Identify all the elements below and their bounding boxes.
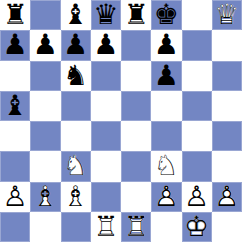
square-e2[interactable] [121,182,151,212]
square-a4[interactable] [0,121,30,151]
square-h8[interactable]: ♛♕ [212,0,242,30]
piece-white-pawn[interactable]: ♟♙ [182,182,212,212]
piece-white-queen[interactable]: ♛♕ [212,0,242,30]
square-e7[interactable] [121,30,151,60]
square-c5[interactable] [61,91,91,121]
piece-white-king[interactable]: ♚♔ [182,212,212,242]
square-d5[interactable] [91,91,121,121]
square-b4[interactable] [30,121,60,151]
square-g1[interactable]: ♚♔ [182,212,212,242]
white-king-icon: ♔ [184,213,209,241]
square-e1[interactable]: ♜♖ [121,212,151,242]
piece-black-rook[interactable]: ♜ [121,0,151,30]
square-h4[interactable] [212,121,242,151]
square-g2[interactable]: ♟♙ [182,182,212,212]
square-d2[interactable] [91,182,121,212]
square-d6[interactable] [91,61,121,91]
piece-black-bishop[interactable]: ♝ [0,91,30,121]
square-c3[interactable]: ♞♘ [61,151,91,181]
white-rook-icon: ♖ [93,213,118,241]
square-c4[interactable] [61,121,91,151]
white-knight-icon: ♘ [154,152,179,180]
square-d4[interactable] [91,121,121,151]
square-c6[interactable]: ♞ [61,61,91,91]
white-rook-icon: ♖ [124,213,149,241]
piece-black-knight[interactable]: ♞ [61,61,91,91]
square-d8[interactable]: ♛ [91,0,121,30]
white-pawn-icon: ♙ [3,183,28,211]
piece-white-pawn[interactable]: ♟♙ [212,182,242,212]
square-a1[interactable] [0,212,30,242]
square-c1[interactable] [61,212,91,242]
piece-black-pawn[interactable]: ♟ [30,30,60,60]
piece-black-pawn[interactable]: ♟ [151,30,181,60]
piece-black-rook[interactable]: ♜ [0,0,30,30]
square-e5[interactable] [121,91,151,121]
white-pawn-icon: ♙ [214,183,239,211]
square-c2[interactable]: ♝♗ [61,182,91,212]
square-h3[interactable] [212,151,242,181]
square-f7[interactable]: ♟ [151,30,181,60]
piece-white-pawn[interactable]: ♟♙ [151,182,181,212]
square-c8[interactable]: ♝ [61,0,91,30]
piece-black-queen[interactable]: ♛ [91,0,121,30]
square-g6[interactable] [182,61,212,91]
piece-white-knight[interactable]: ♞♘ [61,151,91,181]
square-g7[interactable] [182,30,212,60]
square-e4[interactable] [121,121,151,151]
piece-white-rook[interactable]: ♜♖ [121,212,151,242]
square-b2[interactable]: ♝♗ [30,182,60,212]
piece-black-king[interactable]: ♚ [151,0,181,30]
square-b5[interactable] [30,91,60,121]
square-e6[interactable] [121,61,151,91]
square-d7[interactable]: ♟ [91,30,121,60]
square-f2[interactable]: ♟♙ [151,182,181,212]
piece-white-knight[interactable]: ♞♘ [151,151,181,181]
square-f6[interactable]: ♟ [151,61,181,91]
square-b6[interactable] [30,61,60,91]
square-f1[interactable] [151,212,181,242]
square-f8[interactable]: ♚ [151,0,181,30]
white-pawn-icon: ♙ [184,183,209,211]
square-h7[interactable] [212,30,242,60]
square-f4[interactable] [151,121,181,151]
square-a2[interactable]: ♟♙ [0,182,30,212]
white-pawn-icon: ♙ [154,183,179,211]
piece-white-pawn[interactable]: ♟♙ [0,182,30,212]
chess-board: ♜♝♛♜♚♛♕♟♟♟♟♟♞♟♝♞♘♞♘♟♙♝♗♝♗♟♙♟♙♟♙♜♖♜♖♚♔ [0,0,242,242]
square-b8[interactable] [30,0,60,30]
square-h2[interactable]: ♟♙ [212,182,242,212]
white-queen-icon: ♕ [214,1,239,29]
square-g8[interactable] [182,0,212,30]
square-b3[interactable] [30,151,60,181]
square-a8[interactable]: ♜ [0,0,30,30]
square-a3[interactable] [0,151,30,181]
square-h1[interactable] [212,212,242,242]
square-a7[interactable]: ♟ [0,30,30,60]
white-bishop-icon: ♗ [33,183,58,211]
square-d1[interactable]: ♜♖ [91,212,121,242]
piece-white-bishop[interactable]: ♝♗ [61,182,91,212]
square-a5[interactable]: ♝ [0,91,30,121]
square-g5[interactable] [182,91,212,121]
piece-white-rook[interactable]: ♜♖ [91,212,121,242]
square-h6[interactable] [212,61,242,91]
square-g4[interactable] [182,121,212,151]
square-f3[interactable]: ♞♘ [151,151,181,181]
square-d3[interactable] [91,151,121,181]
piece-white-bishop[interactable]: ♝♗ [30,182,60,212]
piece-black-pawn[interactable]: ♟ [0,30,30,60]
piece-black-pawn[interactable]: ♟ [91,30,121,60]
square-e8[interactable]: ♜ [121,0,151,30]
square-c7[interactable]: ♟ [61,30,91,60]
square-f5[interactable] [151,91,181,121]
square-e3[interactable] [121,151,151,181]
white-knight-icon: ♘ [63,152,88,180]
piece-black-pawn[interactable]: ♟ [151,61,181,91]
square-g3[interactable] [182,151,212,181]
piece-black-pawn[interactable]: ♟ [61,30,91,60]
piece-black-bishop[interactable]: ♝ [61,0,91,30]
square-b7[interactable]: ♟ [30,30,60,60]
square-b1[interactable] [30,212,60,242]
square-a6[interactable] [0,61,30,91]
square-h5[interactable] [212,91,242,121]
white-bishop-icon: ♗ [63,183,88,211]
